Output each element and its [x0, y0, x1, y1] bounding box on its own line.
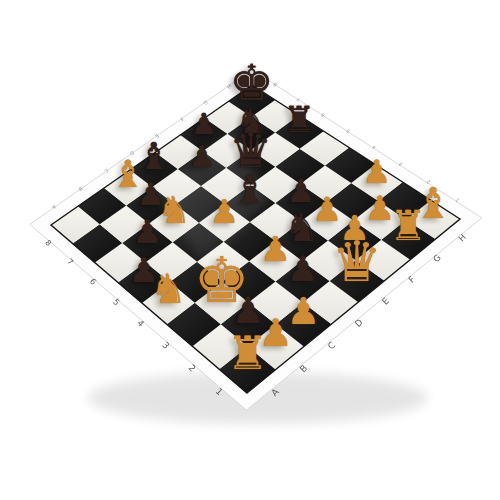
chess-set-product-photo: 12345678ABCDEFGHABCDEFGH12345678 ♚♜♞♟♛♟♝…	[0, 0, 500, 500]
file-label-g: G	[431, 253, 443, 265]
chess-board: 12345678ABCDEFGHABCDEFGH12345678	[0, 0, 500, 500]
rank-label-4: 4	[135, 318, 146, 329]
file-label-d: D	[353, 317, 365, 329]
file-label-c: C	[326, 340, 338, 352]
rank-label-8: 8	[43, 238, 53, 248]
rank-label-2: 2	[186, 363, 197, 374]
file-label-h: H	[456, 232, 468, 244]
rank-label-7: 7	[65, 257, 75, 267]
file-label-e: E	[380, 296, 391, 307]
rank-label-3: 3	[160, 340, 171, 351]
